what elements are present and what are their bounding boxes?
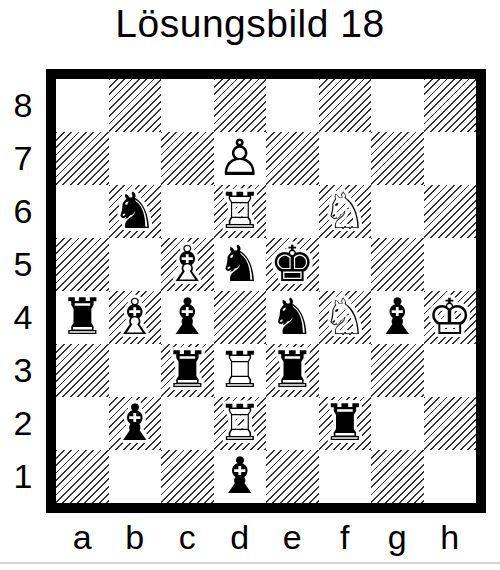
square-h1[interactable] [424, 450, 477, 503]
square-f5[interactable] [319, 238, 372, 291]
square-c7[interactable] [161, 132, 214, 185]
square-g4[interactable]: ♝ [371, 291, 424, 344]
rank-label-4: 4 [6, 291, 40, 344]
square-c1[interactable] [161, 450, 214, 503]
square-h8[interactable] [424, 79, 477, 132]
square-e8[interactable] [266, 79, 319, 132]
square-b1[interactable] [109, 450, 162, 503]
square-a7[interactable] [56, 132, 109, 185]
square-h7[interactable] [424, 132, 477, 185]
square-c5[interactable]: ♗ [161, 238, 214, 291]
square-e7[interactable] [266, 132, 319, 185]
rank-label-1: 1 [6, 450, 40, 503]
piece-black-knight-b6: ♞ [112, 185, 157, 238]
square-f3[interactable] [319, 344, 372, 397]
rank-label-7: 7 [6, 132, 40, 185]
square-b2[interactable]: ♝ [109, 397, 162, 450]
piece-black-rook-e3: ♜ [270, 344, 315, 397]
file-label-d: d [214, 518, 267, 557]
square-c3[interactable]: ♜ [161, 344, 214, 397]
rank-label-3: 3 [6, 344, 40, 397]
square-a2[interactable] [56, 397, 109, 450]
piece-white-rook-d6: ♖ [217, 185, 262, 238]
square-e3[interactable]: ♜ [266, 344, 319, 397]
square-d8[interactable] [214, 79, 267, 132]
square-b4[interactable]: ♗ [109, 291, 162, 344]
file-label-g: g [371, 518, 424, 557]
piece-black-bishop-g4: ♝ [375, 291, 420, 344]
square-d2[interactable]: ♖ [214, 397, 267, 450]
square-b5[interactable] [109, 238, 162, 291]
square-a1[interactable] [56, 450, 109, 503]
piece-black-rook-f2: ♜ [322, 397, 367, 450]
file-label-f: f [319, 518, 372, 557]
piece-white-knight-f4: ♘ [322, 291, 367, 344]
piece-black-bishop-b2: ♝ [112, 397, 157, 450]
rank-label-5: 5 [6, 238, 40, 291]
square-a8[interactable] [56, 79, 109, 132]
square-c2[interactable] [161, 397, 214, 450]
square-h5[interactable] [424, 238, 477, 291]
file-label-b: b [109, 518, 162, 557]
piece-white-bishop-c5: ♗ [165, 238, 210, 291]
file-labels: abcdefgh [56, 518, 476, 557]
file-label-h: h [424, 518, 477, 557]
piece-black-bishop-c4: ♝ [165, 291, 210, 344]
chess-board: ♙♞♖♘♗♞♚♜♗♝♞♘♝♔♜♖♜♝♖♜♝ [46, 69, 486, 513]
piece-white-pawn-d7: ♙ [217, 132, 262, 185]
file-label-e: e [266, 518, 319, 557]
square-a6[interactable] [56, 185, 109, 238]
square-c8[interactable] [161, 79, 214, 132]
piece-white-bishop-b4: ♗ [112, 291, 157, 344]
square-g5[interactable] [371, 238, 424, 291]
rank-label-2: 2 [6, 397, 40, 450]
piece-black-king-e5: ♚ [270, 238, 315, 291]
square-f6[interactable]: ♘ [319, 185, 372, 238]
square-e5[interactable]: ♚ [266, 238, 319, 291]
square-d7[interactable]: ♙ [214, 132, 267, 185]
piece-white-rook-d3: ♖ [217, 344, 262, 397]
square-f8[interactable] [319, 79, 372, 132]
square-h2[interactable] [424, 397, 477, 450]
square-f4[interactable]: ♘ [319, 291, 372, 344]
file-label-a: a [56, 518, 109, 557]
file-label-c: c [161, 518, 214, 557]
square-f7[interactable] [319, 132, 372, 185]
square-g6[interactable] [371, 185, 424, 238]
square-a4[interactable]: ♜ [56, 291, 109, 344]
square-c6[interactable] [161, 185, 214, 238]
square-g7[interactable] [371, 132, 424, 185]
square-b7[interactable] [109, 132, 162, 185]
square-a5[interactable] [56, 238, 109, 291]
piece-black-rook-a4: ♜ [60, 291, 105, 344]
square-e2[interactable] [266, 397, 319, 450]
square-a3[interactable] [56, 344, 109, 397]
square-d4[interactable] [214, 291, 267, 344]
square-d1[interactable]: ♝ [214, 450, 267, 503]
diagram-title: Lösungsbild 18 [0, 2, 500, 46]
piece-white-knight-f6: ♘ [322, 185, 367, 238]
square-e4[interactable]: ♞ [266, 291, 319, 344]
piece-black-knight-e4: ♞ [270, 291, 315, 344]
square-d6[interactable]: ♖ [214, 185, 267, 238]
square-h4[interactable]: ♔ [424, 291, 477, 344]
square-c4[interactable]: ♝ [161, 291, 214, 344]
page-scan-line [0, 562, 500, 564]
square-g3[interactable] [371, 344, 424, 397]
piece-black-knight-d5: ♞ [217, 238, 262, 291]
square-h3[interactable] [424, 344, 477, 397]
square-b3[interactable] [109, 344, 162, 397]
square-f2[interactable]: ♜ [319, 397, 372, 450]
square-h6[interactable] [424, 185, 477, 238]
rank-label-8: 8 [6, 79, 40, 132]
square-e6[interactable] [266, 185, 319, 238]
square-e1[interactable] [266, 450, 319, 503]
square-g2[interactable] [371, 397, 424, 450]
square-d3[interactable]: ♖ [214, 344, 267, 397]
square-d5[interactable]: ♞ [214, 238, 267, 291]
square-g8[interactable] [371, 79, 424, 132]
rank-label-6: 6 [6, 185, 40, 238]
square-b8[interactable] [109, 79, 162, 132]
piece-white-rook-d2: ♖ [217, 397, 262, 450]
square-b6[interactable]: ♞ [109, 185, 162, 238]
square-f1[interactable] [319, 450, 372, 503]
piece-black-bishop-d1: ♝ [217, 450, 262, 503]
rank-labels: 87654321 [6, 79, 40, 503]
piece-white-king-h4: ♔ [427, 291, 472, 344]
square-g1[interactable] [371, 450, 424, 503]
piece-black-rook-c3: ♜ [165, 344, 210, 397]
